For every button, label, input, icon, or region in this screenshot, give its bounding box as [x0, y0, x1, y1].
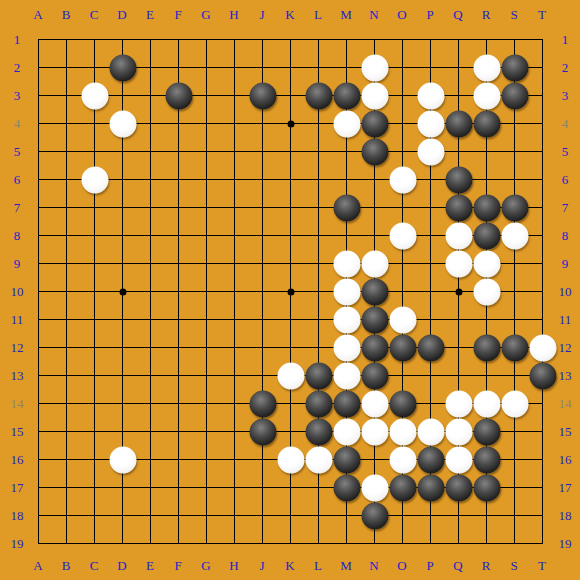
white-stone[interactable]	[389, 446, 416, 473]
black-stone[interactable]	[389, 390, 416, 417]
column-label-top: F	[174, 8, 181, 21]
white-stone[interactable]	[277, 362, 304, 389]
white-stone[interactable]	[529, 334, 556, 361]
column-label-bottom: O	[397, 559, 406, 572]
column-label-bottom: F	[174, 559, 181, 572]
black-stone[interactable]	[473, 334, 500, 361]
black-stone[interactable]	[445, 474, 472, 501]
black-stone[interactable]	[389, 334, 416, 361]
column-label-top: L	[314, 8, 322, 21]
column-label-bottom: J	[259, 559, 264, 572]
white-stone[interactable]	[473, 54, 500, 81]
white-stone[interactable]	[417, 110, 444, 137]
row-label-left: 3	[14, 89, 21, 102]
column-label-bottom: N	[369, 559, 378, 572]
black-stone[interactable]	[305, 82, 332, 109]
row-label-right: 7	[562, 201, 569, 214]
white-stone[interactable]	[361, 250, 388, 277]
row-label-right: 18	[559, 509, 572, 522]
column-label-top: K	[285, 8, 294, 21]
row-label-right: 19	[559, 537, 572, 550]
black-stone[interactable]	[473, 474, 500, 501]
go-board: AABBCCDDEEFFGGHHJJKKLLMMNNOOPPQQRRSSTT11…	[0, 0, 580, 580]
black-stone[interactable]	[417, 474, 444, 501]
row-label-left: 4	[14, 117, 21, 130]
white-stone[interactable]	[361, 54, 388, 81]
column-label-bottom: G	[201, 559, 210, 572]
white-stone[interactable]	[445, 390, 472, 417]
black-stone[interactable]	[361, 306, 388, 333]
column-label-top: O	[397, 8, 406, 21]
white-stone[interactable]	[445, 446, 472, 473]
black-stone[interactable]	[333, 194, 360, 221]
black-stone[interactable]	[305, 390, 332, 417]
row-label-right: 8	[562, 229, 569, 242]
row-label-left: 9	[14, 257, 21, 270]
column-label-top: M	[340, 8, 352, 21]
row-label-left: 5	[14, 145, 21, 158]
white-stone[interactable]	[445, 418, 472, 445]
white-stone[interactable]	[389, 306, 416, 333]
black-stone[interactable]	[165, 82, 192, 109]
black-stone[interactable]	[473, 110, 500, 137]
row-label-right: 1	[562, 33, 569, 46]
column-label-top: H	[229, 8, 238, 21]
row-label-left: 11	[11, 313, 24, 326]
row-label-left: 2	[14, 61, 21, 74]
black-stone[interactable]	[249, 418, 276, 445]
column-label-bottom: B	[62, 559, 71, 572]
column-label-top: Q	[453, 8, 462, 21]
black-stone[interactable]	[333, 474, 360, 501]
black-stone[interactable]	[249, 82, 276, 109]
row-label-right: 5	[562, 145, 569, 158]
black-stone[interactable]	[473, 446, 500, 473]
black-stone[interactable]	[305, 418, 332, 445]
white-stone[interactable]	[333, 418, 360, 445]
column-label-bottom: S	[510, 559, 517, 572]
white-stone[interactable]	[501, 390, 528, 417]
column-label-top: D	[117, 8, 126, 21]
column-label-bottom: P	[426, 559, 433, 572]
row-label-left: 16	[11, 453, 24, 466]
row-label-left: 14	[11, 397, 24, 410]
row-label-right: 13	[559, 369, 572, 382]
row-label-right: 14	[559, 397, 572, 410]
column-label-bottom: K	[285, 559, 294, 572]
column-label-top: P	[426, 8, 433, 21]
black-stone[interactable]	[361, 110, 388, 137]
white-stone[interactable]	[473, 250, 500, 277]
star-point	[287, 288, 294, 295]
column-label-top: E	[146, 8, 154, 21]
star-point	[119, 288, 126, 295]
row-label-right: 15	[559, 425, 572, 438]
white-stone[interactable]	[361, 390, 388, 417]
row-label-right: 9	[562, 257, 569, 270]
white-stone[interactable]	[333, 362, 360, 389]
row-label-left: 7	[14, 201, 21, 214]
column-label-bottom: D	[117, 559, 126, 572]
white-stone[interactable]	[333, 110, 360, 137]
row-label-left: 18	[11, 509, 24, 522]
white-stone[interactable]	[361, 474, 388, 501]
black-stone[interactable]	[389, 474, 416, 501]
white-stone[interactable]	[501, 222, 528, 249]
row-label-right: 2	[562, 61, 569, 74]
black-stone[interactable]	[501, 194, 528, 221]
white-stone[interactable]	[305, 446, 332, 473]
column-label-top: N	[369, 8, 378, 21]
column-label-bottom: C	[90, 559, 99, 572]
black-stone[interactable]	[417, 446, 444, 473]
white-stone[interactable]	[473, 82, 500, 109]
row-label-left: 1	[14, 33, 21, 46]
white-stone[interactable]	[389, 222, 416, 249]
star-point	[287, 120, 294, 127]
row-label-left: 19	[11, 537, 24, 550]
white-stone[interactable]	[333, 278, 360, 305]
row-label-right: 16	[559, 453, 572, 466]
row-label-right: 17	[559, 481, 572, 494]
white-stone[interactable]	[445, 250, 472, 277]
column-label-top: S	[510, 8, 517, 21]
row-label-right: 3	[562, 89, 569, 102]
black-stone[interactable]	[361, 334, 388, 361]
row-label-right: 6	[562, 173, 569, 186]
row-label-left: 12	[11, 341, 24, 354]
white-stone[interactable]	[333, 306, 360, 333]
black-stone[interactable]	[333, 390, 360, 417]
white-stone[interactable]	[473, 390, 500, 417]
column-label-top: B	[62, 8, 71, 21]
column-label-bottom: A	[33, 559, 42, 572]
white-stone[interactable]	[333, 250, 360, 277]
white-stone[interactable]	[361, 418, 388, 445]
black-stone[interactable]	[361, 138, 388, 165]
white-stone[interactable]	[81, 166, 108, 193]
row-label-left: 17	[11, 481, 24, 494]
black-stone[interactable]	[473, 418, 500, 445]
column-label-top: J	[259, 8, 264, 21]
column-label-bottom: L	[314, 559, 322, 572]
column-label-top: G	[201, 8, 210, 21]
column-label-bottom: H	[229, 559, 238, 572]
black-stone[interactable]	[501, 82, 528, 109]
black-stone[interactable]	[445, 194, 472, 221]
white-stone[interactable]	[109, 446, 136, 473]
row-label-right: 11	[559, 313, 572, 326]
column-label-bottom: R	[482, 559, 491, 572]
black-stone[interactable]	[529, 362, 556, 389]
black-stone[interactable]	[361, 362, 388, 389]
white-stone[interactable]	[277, 446, 304, 473]
black-stone[interactable]	[109, 54, 136, 81]
star-point	[455, 288, 462, 295]
column-label-bottom: E	[146, 559, 154, 572]
black-stone[interactable]	[417, 334, 444, 361]
white-stone[interactable]	[333, 334, 360, 361]
white-stone[interactable]	[109, 110, 136, 137]
column-label-bottom: M	[340, 559, 352, 572]
white-stone[interactable]	[445, 222, 472, 249]
black-stone[interactable]	[473, 194, 500, 221]
column-label-top: C	[90, 8, 99, 21]
black-stone[interactable]	[473, 222, 500, 249]
column-label-bottom: T	[538, 559, 546, 572]
black-stone[interactable]	[249, 390, 276, 417]
row-label-left: 15	[11, 425, 24, 438]
black-stone[interactable]	[361, 278, 388, 305]
row-label-left: 8	[14, 229, 21, 242]
white-stone[interactable]	[417, 82, 444, 109]
black-stone[interactable]	[501, 334, 528, 361]
black-stone[interactable]	[501, 54, 528, 81]
black-stone[interactable]	[305, 362, 332, 389]
black-stone[interactable]	[445, 166, 472, 193]
black-stone[interactable]	[361, 502, 388, 529]
column-label-top: A	[33, 8, 42, 21]
row-label-right: 12	[559, 341, 572, 354]
column-label-bottom: Q	[453, 559, 462, 572]
black-stone[interactable]	[333, 446, 360, 473]
column-label-top: T	[538, 8, 546, 21]
row-label-right: 10	[559, 285, 572, 298]
white-stone[interactable]	[361, 82, 388, 109]
column-label-top: R	[482, 8, 491, 21]
white-stone[interactable]	[473, 278, 500, 305]
black-stone[interactable]	[333, 82, 360, 109]
row-label-left: 10	[11, 285, 24, 298]
row-label-left: 6	[14, 173, 21, 186]
row-label-left: 13	[11, 369, 24, 382]
white-stone[interactable]	[417, 418, 444, 445]
white-stone[interactable]	[417, 138, 444, 165]
black-stone[interactable]	[445, 110, 472, 137]
row-label-right: 4	[562, 117, 569, 130]
white-stone[interactable]	[389, 418, 416, 445]
white-stone[interactable]	[389, 166, 416, 193]
white-stone[interactable]	[81, 82, 108, 109]
